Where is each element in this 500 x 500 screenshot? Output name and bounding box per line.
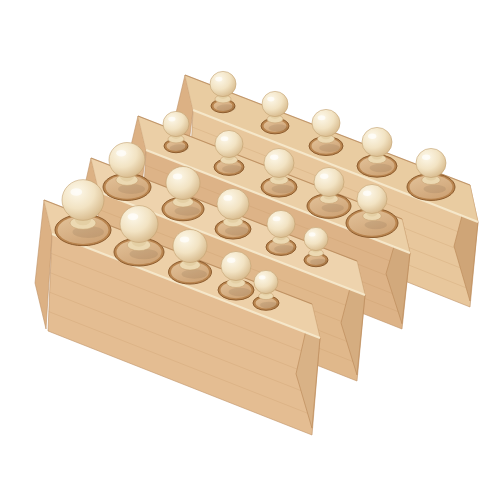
knob-shadow [365, 221, 388, 229]
knob-highlight [368, 134, 376, 139]
knob-shadow [424, 185, 447, 193]
knob [217, 188, 249, 219]
knob-highlight [215, 77, 222, 82]
knob-shadow [274, 245, 295, 253]
knob [304, 227, 328, 250]
knob [254, 270, 278, 293]
knob-shadow [319, 144, 340, 152]
knob-shadow [310, 259, 328, 266]
knob [109, 143, 145, 178]
knob-shadow [222, 165, 243, 173]
knob-highlight [267, 97, 274, 102]
knob [362, 127, 392, 156]
knob-highlight [259, 275, 266, 279]
knob [215, 130, 243, 157]
knob-highlight [309, 232, 316, 236]
knob-highlight [70, 188, 82, 196]
knob-shadow [229, 288, 252, 296]
knob-shadow [269, 124, 289, 131]
knob [357, 184, 387, 213]
knob-highlight [221, 136, 229, 141]
knob-shadow [182, 269, 208, 279]
knob [210, 71, 236, 96]
knob-highlight [318, 115, 326, 120]
knob [62, 180, 104, 221]
knob-shadow [225, 227, 249, 236]
knob-highlight [270, 155, 278, 160]
knob-highlight [422, 155, 430, 160]
knob-highlight [128, 213, 139, 220]
knob-highlight [116, 150, 126, 156]
knob [267, 210, 295, 237]
knob [262, 91, 288, 116]
knob-shadow [217, 104, 237, 111]
knob-highlight [173, 173, 183, 179]
knob-shadow [175, 206, 201, 216]
knob [314, 167, 344, 196]
knob [312, 109, 340, 136]
knob-highlight [273, 216, 281, 221]
knob-shadow [118, 184, 145, 194]
knob-shadow [170, 144, 190, 151]
knob [166, 167, 200, 200]
knob [173, 230, 207, 263]
wooden-blocks-group [35, 71, 478, 435]
knob-highlight [223, 195, 232, 201]
knob [120, 206, 158, 243]
knob-highlight [363, 191, 371, 196]
knob [163, 111, 189, 136]
knob-shadow [272, 185, 295, 193]
knob-shadow [322, 204, 345, 212]
knob-highlight [320, 174, 328, 179]
knob-highlight [180, 236, 190, 242]
product-photo [0, 0, 500, 500]
knob-highlight [168, 117, 175, 122]
knob [264, 148, 294, 177]
knob [221, 251, 251, 280]
knob-shadow [260, 302, 278, 309]
cylinder-blocks-product-photo [0, 0, 500, 500]
knob-shadow [370, 164, 393, 172]
knob-highlight [227, 258, 235, 263]
knob [416, 148, 446, 177]
